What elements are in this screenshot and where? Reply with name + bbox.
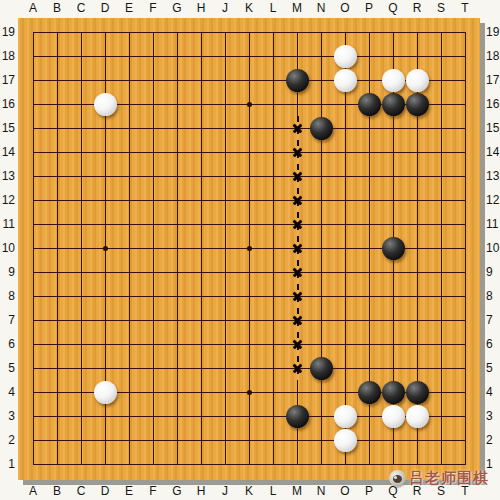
row-label-left: 19	[0, 24, 15, 40]
column-label-top: E	[117, 0, 141, 16]
column-label-top: O	[333, 0, 357, 16]
row-label-left: 5	[0, 360, 15, 376]
column-label-bottom: E	[117, 483, 141, 499]
row-label-right: 8	[486, 288, 500, 304]
row-label-right: 6	[486, 336, 500, 352]
white-stone	[94, 381, 117, 404]
column-label-top: S	[429, 0, 453, 16]
row-label-right: 11	[486, 216, 500, 232]
star-point	[247, 390, 252, 395]
row-label-right: 2	[486, 432, 500, 448]
column-label-top: R	[405, 0, 429, 16]
grid-line	[81, 32, 82, 465]
black-stone	[286, 69, 309, 92]
row-label-left: 3	[0, 408, 15, 424]
grid-line	[201, 32, 202, 465]
row-label-left: 1	[0, 456, 15, 472]
row-label-left: 13	[0, 168, 15, 184]
black-stone	[310, 357, 333, 380]
page: 吕老师围棋 AABBCCDDEEFFGGHHJJKKLLMMNNOOPPQQRR…	[0, 0, 500, 500]
star-point	[103, 246, 108, 251]
star-point	[247, 246, 252, 251]
column-label-top: H	[189, 0, 213, 16]
row-label-right: 10	[486, 240, 500, 256]
column-label-top: B	[45, 0, 69, 16]
black-stone	[358, 93, 381, 116]
row-label-right: 5	[486, 360, 500, 376]
column-label-top: T	[453, 0, 477, 16]
x-mark	[292, 363, 303, 374]
row-label-right: 7	[486, 312, 500, 328]
row-label-left: 18	[0, 48, 15, 64]
column-label-bottom: P	[357, 483, 381, 499]
x-mark	[292, 267, 303, 278]
column-label-bottom: N	[309, 483, 333, 499]
row-label-left: 6	[0, 336, 15, 352]
row-label-right: 14	[486, 144, 500, 160]
white-stone	[94, 93, 117, 116]
black-stone	[310, 117, 333, 140]
watermark-text: 吕老师围棋	[409, 469, 489, 488]
white-stone	[334, 405, 357, 428]
column-label-top: M	[285, 0, 309, 16]
x-mark	[292, 123, 303, 134]
grid-line	[225, 32, 226, 465]
watermark: 吕老师围棋	[389, 469, 489, 488]
column-label-top: P	[357, 0, 381, 16]
column-label-bottom: K	[237, 483, 261, 499]
x-mark	[292, 339, 303, 350]
x-mark	[292, 315, 303, 326]
white-stone	[334, 429, 357, 452]
black-stone	[382, 93, 405, 116]
black-stone	[406, 93, 429, 116]
row-label-left: 7	[0, 312, 15, 328]
column-label-bottom: F	[141, 483, 165, 499]
row-label-left: 15	[0, 120, 15, 136]
column-label-top: L	[261, 0, 285, 16]
grid-line	[465, 32, 466, 465]
row-label-right: 15	[486, 120, 500, 136]
black-stone	[382, 381, 405, 404]
column-label-top: A	[21, 0, 45, 16]
row-label-left: 10	[0, 240, 15, 256]
black-stone	[382, 237, 405, 260]
x-mark	[292, 291, 303, 302]
row-label-right: 4	[486, 384, 500, 400]
row-label-left: 17	[0, 72, 15, 88]
star-point	[247, 102, 252, 107]
column-label-top: N	[309, 0, 333, 16]
column-label-top: K	[237, 0, 261, 16]
grid-line	[177, 32, 178, 465]
column-label-top: F	[141, 0, 165, 16]
grid-line	[273, 32, 274, 465]
row-label-right: 18	[486, 48, 500, 64]
white-stone	[334, 45, 357, 68]
column-label-bottom: A	[21, 483, 45, 499]
x-mark	[292, 171, 303, 182]
column-label-bottom: O	[333, 483, 357, 499]
grid-line	[153, 32, 154, 465]
row-label-right: 13	[486, 168, 500, 184]
grid-line	[345, 32, 346, 465]
column-label-bottom: L	[261, 483, 285, 499]
black-stone	[286, 405, 309, 428]
white-stone	[406, 405, 429, 428]
column-label-bottom: C	[69, 483, 93, 499]
column-label-bottom: J	[213, 483, 237, 499]
column-label-top: Q	[381, 0, 405, 16]
row-label-left: 4	[0, 384, 15, 400]
row-label-left: 8	[0, 288, 15, 304]
watermark-logo-icon	[389, 470, 406, 487]
row-label-left: 11	[0, 216, 15, 232]
grid-line	[33, 32, 34, 465]
x-mark	[292, 147, 303, 158]
row-label-left: 9	[0, 264, 15, 280]
row-label-left: 16	[0, 96, 15, 112]
x-mark	[292, 195, 303, 206]
column-label-bottom: M	[285, 483, 309, 499]
column-label-bottom: B	[45, 483, 69, 499]
column-label-top: D	[93, 0, 117, 16]
grid-line	[57, 32, 58, 465]
column-label-top: C	[69, 0, 93, 16]
column-label-bottom: H	[189, 483, 213, 499]
row-label-left: 12	[0, 192, 15, 208]
column-label-bottom: D	[93, 483, 117, 499]
white-stone	[334, 69, 357, 92]
black-stone	[406, 381, 429, 404]
column-label-bottom: G	[165, 483, 189, 499]
black-stone	[358, 381, 381, 404]
row-label-left: 2	[0, 432, 15, 448]
x-mark	[292, 243, 303, 254]
row-label-right: 12	[486, 192, 500, 208]
column-label-top: G	[165, 0, 189, 16]
row-label-right: 17	[486, 72, 500, 88]
x-mark	[292, 219, 303, 230]
row-label-right: 9	[486, 264, 500, 280]
white-stone	[406, 69, 429, 92]
grid-line	[321, 32, 322, 465]
row-label-right: 16	[486, 96, 500, 112]
row-label-right: 19	[486, 24, 500, 40]
row-label-right: 3	[486, 408, 500, 424]
grid-line	[129, 32, 130, 465]
white-stone	[382, 405, 405, 428]
white-stone	[382, 69, 405, 92]
grid-line	[441, 32, 442, 465]
go-board[interactable]	[18, 18, 480, 480]
column-label-top: J	[213, 0, 237, 16]
row-label-left: 14	[0, 144, 15, 160]
